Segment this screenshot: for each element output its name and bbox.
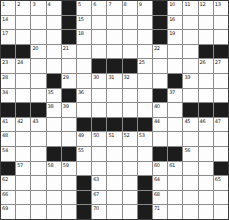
- cell[interactable]: 35: [47, 89, 61, 103]
- clue-number: 2: [17, 1, 20, 7]
- black-cell: [62, 16, 76, 30]
- cell[interactable]: 32: [123, 74, 137, 88]
- cell[interactable]: 9: [138, 1, 152, 15]
- cell[interactable]: 20: [31, 45, 45, 59]
- cell[interactable]: 40: [153, 103, 167, 117]
- cell[interactable]: 16: [168, 16, 182, 30]
- clue-number: 37: [169, 89, 175, 95]
- black-cell: [138, 176, 152, 190]
- black-cell: [153, 89, 167, 103]
- clue-number: 38: [48, 103, 54, 109]
- clue-number: 11: [184, 1, 190, 7]
- cell[interactable]: [31, 205, 45, 219]
- cell[interactable]: [183, 191, 197, 205]
- cell[interactable]: [138, 45, 152, 59]
- cell[interactable]: 39: [62, 103, 76, 117]
- cell[interactable]: [199, 132, 213, 146]
- black-cell: [107, 59, 121, 73]
- cell[interactable]: [168, 118, 182, 132]
- cell[interactable]: [107, 162, 121, 176]
- cell[interactable]: 69: [1, 205, 15, 219]
- cell[interactable]: [153, 132, 167, 146]
- clue-number: 20: [32, 45, 38, 51]
- clue-number: 70: [93, 205, 99, 211]
- cell[interactable]: [47, 45, 61, 59]
- cell[interactable]: 51: [107, 132, 121, 146]
- black-cell: [77, 191, 91, 205]
- cell[interactable]: 13: [214, 1, 228, 15]
- clue-number: 55: [78, 147, 84, 153]
- cell[interactable]: [199, 191, 213, 205]
- cell[interactable]: [31, 30, 45, 44]
- cell[interactable]: 65: [214, 176, 228, 190]
- cell[interactable]: [138, 89, 152, 103]
- cell[interactable]: [138, 162, 152, 176]
- cell[interactable]: [47, 205, 61, 219]
- clue-number: 6: [93, 1, 96, 7]
- black-cell: [153, 1, 167, 15]
- black-cell: [77, 118, 91, 132]
- cell[interactable]: [183, 30, 197, 44]
- cell[interactable]: [168, 191, 182, 205]
- cell[interactable]: 62: [1, 176, 15, 190]
- cell[interactable]: 57: [16, 162, 30, 176]
- cell[interactable]: 15: [77, 16, 91, 30]
- cell[interactable]: [62, 176, 76, 190]
- cell[interactable]: [123, 176, 137, 190]
- cell[interactable]: [16, 205, 30, 219]
- cell[interactable]: 60: [153, 162, 167, 176]
- cell[interactable]: 44: [153, 118, 167, 132]
- cell[interactable]: [62, 132, 76, 146]
- cell[interactable]: 43: [31, 118, 45, 132]
- black-cell: [199, 103, 213, 117]
- crossword-board: 1234567891011121314151617181920212223242…: [0, 0, 229, 220]
- cell[interactable]: [123, 45, 137, 59]
- cell[interactable]: 8: [123, 1, 137, 15]
- clue-number: 54: [2, 147, 8, 153]
- clue-number: 60: [154, 162, 160, 168]
- cell[interactable]: [107, 45, 121, 59]
- cell[interactable]: [123, 205, 137, 219]
- clue-number: 63: [93, 176, 99, 182]
- cell[interactable]: [47, 191, 61, 205]
- black-cell: [1, 103, 15, 117]
- cell[interactable]: 45: [183, 118, 197, 132]
- cell[interactable]: 6: [92, 1, 106, 15]
- black-cell: [199, 45, 213, 59]
- cell[interactable]: 36: [77, 89, 91, 103]
- clue-number: 17: [2, 30, 8, 36]
- cell[interactable]: [199, 89, 213, 103]
- clue-number: 40: [154, 103, 160, 109]
- cell[interactable]: [92, 30, 106, 44]
- clue-number: 43: [32, 118, 38, 124]
- clue-number: 39: [63, 103, 69, 109]
- clue-number: 24: [17, 59, 23, 65]
- cell[interactable]: [31, 132, 45, 146]
- cell[interactable]: [138, 16, 152, 30]
- cell[interactable]: [123, 147, 137, 161]
- cell[interactable]: [214, 30, 228, 44]
- clue-number: 58: [48, 162, 54, 168]
- cell[interactable]: [199, 147, 213, 161]
- clue-number: 36: [78, 89, 84, 95]
- cell[interactable]: [107, 16, 121, 30]
- clue-number: 12: [200, 1, 206, 7]
- clue-number: 14: [2, 16, 8, 22]
- black-cell: [168, 147, 182, 161]
- cell[interactable]: [183, 205, 197, 219]
- cell[interactable]: [199, 176, 213, 190]
- clue-number: 68: [154, 191, 160, 197]
- cell[interactable]: [214, 74, 228, 88]
- black-cell: [123, 59, 137, 73]
- black-cell: [107, 118, 121, 132]
- cell[interactable]: [123, 103, 137, 117]
- clue-number: 31: [108, 74, 114, 80]
- clue-number: 32: [124, 74, 130, 80]
- cell[interactable]: [214, 16, 228, 30]
- cell[interactable]: 7: [107, 1, 121, 15]
- clue-number: 48: [2, 132, 8, 138]
- black-cell: [62, 30, 76, 44]
- cell[interactable]: 14: [1, 16, 15, 30]
- cell[interactable]: [123, 30, 137, 44]
- clue-number: 52: [124, 132, 130, 138]
- clue-number: 65: [215, 176, 221, 182]
- cell[interactable]: 47: [214, 118, 228, 132]
- clue-number: 34: [2, 89, 8, 95]
- clue-number: 18: [78, 30, 84, 36]
- cell[interactable]: [62, 59, 76, 73]
- cell[interactable]: [47, 118, 61, 132]
- clue-number: 8: [124, 1, 127, 7]
- clue-number: 15: [78, 16, 84, 22]
- cell[interactable]: [16, 16, 30, 30]
- cell[interactable]: 12: [199, 1, 213, 15]
- cell[interactable]: 33: [183, 74, 197, 88]
- clue-number: 49: [78, 132, 84, 138]
- clue-number: 25: [139, 59, 145, 65]
- clue-number: 71: [154, 205, 160, 211]
- clue-number: 35: [48, 89, 54, 95]
- cell[interactable]: [168, 103, 182, 117]
- black-cell: [77, 176, 91, 190]
- clue-number: 29: [63, 74, 69, 80]
- cell[interactable]: 1: [1, 1, 15, 15]
- clue-number: 61: [169, 162, 175, 168]
- clue-number: 22: [154, 45, 160, 51]
- clue-number: 51: [108, 132, 114, 138]
- black-cell: [214, 162, 228, 176]
- cell[interactable]: 24: [16, 59, 30, 73]
- cell[interactable]: 11: [183, 1, 197, 15]
- cell[interactable]: [214, 132, 228, 146]
- cell[interactable]: 23: [1, 59, 15, 73]
- cell[interactable]: [168, 132, 182, 146]
- cell[interactable]: 27: [214, 59, 228, 73]
- cell[interactable]: [92, 147, 106, 161]
- clue-number: 46: [200, 118, 206, 124]
- black-cell: [138, 191, 152, 205]
- clue-number: 62: [2, 176, 8, 182]
- cell[interactable]: [31, 147, 45, 161]
- black-cell: [62, 89, 76, 103]
- cell[interactable]: [107, 205, 121, 219]
- black-cell: [214, 45, 228, 59]
- cell[interactable]: [62, 205, 76, 219]
- black-cell: [92, 59, 106, 73]
- cell[interactable]: 19: [168, 30, 182, 44]
- cell[interactable]: [47, 176, 61, 190]
- cell[interactable]: 31: [107, 74, 121, 88]
- cell[interactable]: [16, 132, 30, 146]
- cell[interactable]: [47, 30, 61, 44]
- clue-number: 16: [169, 16, 175, 22]
- cell[interactable]: 30: [92, 74, 106, 88]
- black-cell: [47, 74, 61, 88]
- black-cell: [1, 45, 15, 59]
- cell[interactable]: [138, 103, 152, 117]
- clue-number: 42: [17, 118, 23, 124]
- black-cell: [1, 162, 15, 176]
- black-cell: [31, 103, 45, 117]
- cell[interactable]: 66: [1, 191, 15, 205]
- cell[interactable]: [168, 205, 182, 219]
- cell[interactable]: 48: [1, 132, 15, 146]
- cell[interactable]: [107, 191, 121, 205]
- cell[interactable]: [214, 191, 228, 205]
- cell[interactable]: 4: [47, 1, 61, 15]
- cell[interactable]: [153, 74, 167, 88]
- cell[interactable]: [62, 118, 76, 132]
- cell[interactable]: 64: [153, 176, 167, 190]
- clue-number: 66: [2, 191, 8, 197]
- cell[interactable]: [183, 176, 197, 190]
- clue-number: 9: [139, 1, 142, 7]
- cell[interactable]: [47, 59, 61, 73]
- cell[interactable]: [92, 103, 106, 117]
- cell[interactable]: [138, 147, 152, 161]
- cell[interactable]: [62, 191, 76, 205]
- cell[interactable]: [107, 176, 121, 190]
- cell[interactable]: [123, 191, 137, 205]
- cell[interactable]: 34: [1, 89, 15, 103]
- cell[interactable]: [183, 132, 197, 146]
- black-cell: [138, 205, 152, 219]
- cell[interactable]: 42: [16, 118, 30, 132]
- cell[interactable]: 26: [199, 59, 213, 73]
- clue-number: 13: [215, 1, 221, 7]
- cell[interactable]: [199, 30, 213, 44]
- cell[interactable]: 52: [123, 132, 137, 146]
- cell[interactable]: [77, 45, 91, 59]
- cell[interactable]: 18: [77, 30, 91, 44]
- cell[interactable]: 70: [92, 205, 106, 219]
- cell[interactable]: 38: [47, 103, 61, 117]
- cell[interactable]: [16, 176, 30, 190]
- cell[interactable]: 3: [31, 1, 45, 15]
- cell[interactable]: [47, 132, 61, 146]
- cell[interactable]: [92, 162, 106, 176]
- cell[interactable]: 5: [77, 1, 91, 15]
- cell[interactable]: [138, 30, 152, 44]
- cell[interactable]: [199, 74, 213, 88]
- clue-number: 41: [2, 118, 8, 124]
- cell[interactable]: [92, 45, 106, 59]
- clue-number: 59: [63, 162, 69, 168]
- cell[interactable]: 56: [183, 147, 197, 161]
- clue-number: 53: [139, 132, 145, 138]
- cell[interactable]: 49: [77, 132, 91, 146]
- cell[interactable]: 53: [138, 132, 152, 146]
- cell[interactable]: [16, 191, 30, 205]
- cell[interactable]: [31, 16, 45, 30]
- cell[interactable]: 63: [92, 176, 106, 190]
- clue-number: 67: [93, 191, 99, 197]
- cell[interactable]: [107, 147, 121, 161]
- clue-number: 64: [154, 176, 160, 182]
- clue-number: 57: [17, 162, 23, 168]
- black-cell: [47, 147, 61, 161]
- cell[interactable]: [77, 162, 91, 176]
- black-cell: [183, 103, 197, 117]
- cell[interactable]: 59: [62, 162, 76, 176]
- cell[interactable]: [31, 191, 45, 205]
- clue-number: 19: [169, 30, 175, 36]
- clue-number: 7: [108, 1, 111, 7]
- cell[interactable]: [107, 30, 121, 44]
- clue-number: 30: [93, 74, 99, 80]
- cell[interactable]: [16, 30, 30, 44]
- cell[interactable]: [214, 147, 228, 161]
- cell[interactable]: 54: [1, 147, 15, 161]
- clue-number: 5: [78, 1, 81, 7]
- cell[interactable]: 41: [1, 118, 15, 132]
- cell[interactable]: 67: [92, 191, 106, 205]
- black-cell: [123, 118, 137, 132]
- clue-number: 4: [48, 1, 51, 7]
- cell[interactable]: [77, 103, 91, 117]
- clue-number: 27: [215, 59, 221, 65]
- cell[interactable]: 21: [62, 45, 76, 59]
- clue-number: 10: [169, 1, 175, 7]
- cell[interactable]: 28: [1, 74, 15, 88]
- cell[interactable]: 50: [92, 132, 106, 146]
- clue-number: 23: [2, 59, 8, 65]
- cell[interactable]: [31, 162, 45, 176]
- cell[interactable]: [31, 89, 45, 103]
- cell[interactable]: [183, 162, 197, 176]
- clue-number: 1: [2, 1, 5, 7]
- cell[interactable]: [31, 176, 45, 190]
- cell[interactable]: 22: [153, 45, 167, 59]
- black-cell: [77, 205, 91, 219]
- cell[interactable]: 46: [199, 118, 213, 132]
- cell[interactable]: 2: [16, 1, 30, 15]
- black-cell: [62, 147, 76, 161]
- cell[interactable]: [214, 89, 228, 103]
- cell[interactable]: [16, 74, 30, 88]
- cell[interactable]: [31, 59, 45, 73]
- cell[interactable]: [183, 16, 197, 30]
- cell[interactable]: [183, 89, 197, 103]
- black-cell: [92, 118, 106, 132]
- cell[interactable]: [123, 89, 137, 103]
- clue-number: 26: [200, 59, 206, 65]
- cell[interactable]: [16, 147, 30, 161]
- black-cell: [16, 45, 30, 59]
- cell[interactable]: 10: [168, 1, 182, 15]
- cell[interactable]: 58: [47, 162, 61, 176]
- cell[interactable]: [183, 59, 197, 73]
- black-cell: [62, 1, 76, 15]
- cell[interactable]: [199, 16, 213, 30]
- clue-number: 44: [154, 118, 160, 124]
- clue-number: 56: [184, 147, 190, 153]
- clue-number: 3: [32, 1, 35, 7]
- cell[interactable]: [123, 16, 137, 30]
- cell[interactable]: [138, 74, 152, 88]
- cell[interactable]: [31, 74, 45, 88]
- clue-number: 33: [184, 74, 190, 80]
- cell[interactable]: [77, 74, 91, 88]
- cell[interactable]: [199, 162, 213, 176]
- cell[interactable]: [92, 16, 106, 30]
- cell[interactable]: [47, 16, 61, 30]
- cell[interactable]: [123, 162, 137, 176]
- black-cell: [168, 74, 182, 88]
- cell[interactable]: 55: [77, 147, 91, 161]
- cell[interactable]: 29: [62, 74, 76, 88]
- cell[interactable]: [168, 59, 182, 73]
- clue-number: 21: [63, 45, 69, 51]
- clue-number: 50: [93, 132, 99, 138]
- clue-number: 28: [2, 74, 8, 80]
- black-cell: [153, 16, 167, 30]
- clue-number: 45: [184, 118, 190, 124]
- cell[interactable]: 25: [138, 59, 152, 73]
- cell[interactable]: [183, 45, 197, 59]
- cell[interactable]: 17: [1, 30, 15, 44]
- cell[interactable]: [214, 205, 228, 219]
- clue-number: 69: [2, 205, 8, 211]
- cell[interactable]: [199, 205, 213, 219]
- cell[interactable]: 68: [153, 191, 167, 205]
- cell[interactable]: [107, 103, 121, 117]
- black-cell: [153, 30, 167, 44]
- clue-number: 47: [215, 118, 221, 124]
- black-cell: [138, 118, 152, 132]
- cell[interactable]: [107, 89, 121, 103]
- cell[interactable]: 37: [168, 89, 182, 103]
- cell[interactable]: [77, 59, 91, 73]
- cell[interactable]: [168, 176, 182, 190]
- cell[interactable]: [153, 59, 167, 73]
- cell[interactable]: 71: [153, 205, 167, 219]
- cell[interactable]: 61: [168, 162, 182, 176]
- black-cell: [153, 147, 167, 161]
- crossword-puzzle: 1234567891011121314151617181920212223242…: [0, 0, 229, 220]
- black-cell: [214, 103, 228, 117]
- black-cell: [16, 103, 30, 117]
- cell[interactable]: [92, 89, 106, 103]
- cell[interactable]: [16, 89, 30, 103]
- cell[interactable]: [168, 45, 182, 59]
